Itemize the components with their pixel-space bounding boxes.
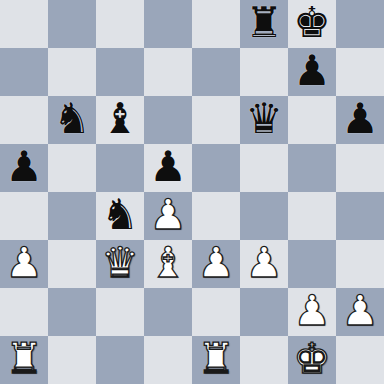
square-g4[interactable] (288, 192, 336, 240)
square-h1[interactable] (336, 336, 384, 384)
black-knight[interactable]: ♞ (101, 191, 139, 239)
white-pawn[interactable]: ♟ (341, 287, 379, 335)
square-a7[interactable] (0, 48, 48, 96)
square-h5[interactable] (336, 144, 384, 192)
white-bishop[interactable]: ♝ (149, 239, 187, 287)
square-g2[interactable]: ♟ (288, 288, 336, 336)
square-f2[interactable] (240, 288, 288, 336)
square-d5[interactable]: ♟ (144, 144, 192, 192)
square-e5[interactable] (192, 144, 240, 192)
square-b2[interactable] (48, 288, 96, 336)
square-f5[interactable] (240, 144, 288, 192)
square-h4[interactable] (336, 192, 384, 240)
square-h2[interactable]: ♟ (336, 288, 384, 336)
square-f4[interactable] (240, 192, 288, 240)
square-b3[interactable] (48, 240, 96, 288)
square-a8[interactable] (0, 0, 48, 48)
square-h3[interactable] (336, 240, 384, 288)
square-b8[interactable] (48, 0, 96, 48)
square-g1[interactable]: ♚ (288, 336, 336, 384)
square-d8[interactable] (144, 0, 192, 48)
white-pawn[interactable]: ♟ (245, 239, 283, 287)
black-rook[interactable]: ♜ (245, 0, 283, 47)
square-c6[interactable]: ♝ (96, 96, 144, 144)
square-g5[interactable] (288, 144, 336, 192)
square-d3[interactable]: ♝ (144, 240, 192, 288)
square-a1[interactable]: ♜ (0, 336, 48, 384)
square-c2[interactable] (96, 288, 144, 336)
black-pawn[interactable]: ♟ (149, 143, 187, 191)
square-d2[interactable] (144, 288, 192, 336)
square-a3[interactable]: ♟ (0, 240, 48, 288)
square-h6[interactable]: ♟ (336, 96, 384, 144)
white-pawn[interactable]: ♟ (5, 239, 43, 287)
black-pawn[interactable]: ♟ (341, 95, 379, 143)
square-e2[interactable] (192, 288, 240, 336)
white-rook[interactable]: ♜ (197, 335, 235, 383)
square-c7[interactable] (96, 48, 144, 96)
square-c5[interactable] (96, 144, 144, 192)
white-pawn[interactable]: ♟ (293, 287, 331, 335)
white-queen[interactable]: ♛ (101, 239, 139, 287)
square-h7[interactable] (336, 48, 384, 96)
square-a5[interactable]: ♟ (0, 144, 48, 192)
board-wrapper: ♜♚♟♞♝♛♟♟♟♞♟♟♛♝♟♟♟♟♜♜♚ (0, 0, 384, 384)
white-pawn[interactable]: ♟ (197, 239, 235, 287)
square-f6[interactable]: ♛ (240, 96, 288, 144)
square-a2[interactable] (0, 288, 48, 336)
square-g7[interactable]: ♟ (288, 48, 336, 96)
square-e8[interactable] (192, 0, 240, 48)
square-g3[interactable] (288, 240, 336, 288)
black-pawn[interactable]: ♟ (5, 143, 43, 191)
square-d7[interactable] (144, 48, 192, 96)
white-king[interactable]: ♚ (293, 335, 331, 383)
square-b7[interactable] (48, 48, 96, 96)
square-c1[interactable] (96, 336, 144, 384)
square-e1[interactable]: ♜ (192, 336, 240, 384)
square-b6[interactable]: ♞ (48, 96, 96, 144)
square-a4[interactable] (0, 192, 48, 240)
square-e6[interactable] (192, 96, 240, 144)
square-e3[interactable]: ♟ (192, 240, 240, 288)
square-a6[interactable] (0, 96, 48, 144)
square-c4[interactable]: ♞ (96, 192, 144, 240)
square-f3[interactable]: ♟ (240, 240, 288, 288)
black-queen[interactable]: ♛ (245, 95, 283, 143)
black-bishop[interactable]: ♝ (101, 95, 139, 143)
square-f1[interactable] (240, 336, 288, 384)
square-e7[interactable] (192, 48, 240, 96)
square-b4[interactable] (48, 192, 96, 240)
square-c3[interactable]: ♛ (96, 240, 144, 288)
black-pawn[interactable]: ♟ (293, 47, 331, 95)
square-b1[interactable] (48, 336, 96, 384)
square-c8[interactable] (96, 0, 144, 48)
square-g8[interactable]: ♚ (288, 0, 336, 48)
square-d6[interactable] (144, 96, 192, 144)
white-rook[interactable]: ♜ (5, 335, 43, 383)
square-h8[interactable] (336, 0, 384, 48)
square-d4[interactable]: ♟ (144, 192, 192, 240)
chess-board: ♜♚♟♞♝♛♟♟♟♞♟♟♛♝♟♟♟♟♜♜♚ (0, 0, 384, 384)
black-knight[interactable]: ♞ (53, 95, 91, 143)
black-king[interactable]: ♚ (293, 0, 331, 47)
square-g6[interactable] (288, 96, 336, 144)
white-pawn[interactable]: ♟ (149, 191, 187, 239)
square-f7[interactable] (240, 48, 288, 96)
square-b5[interactable] (48, 144, 96, 192)
square-e4[interactable] (192, 192, 240, 240)
square-d1[interactable] (144, 336, 192, 384)
square-f8[interactable]: ♜ (240, 0, 288, 48)
